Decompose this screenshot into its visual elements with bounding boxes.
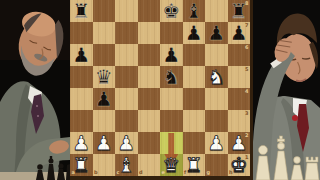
- square-h1[interactable]: ♚: [228, 154, 251, 176]
- square-d1[interactable]: [138, 154, 161, 176]
- piece-wP-b2: ♟: [93, 132, 116, 154]
- square-d5[interactable]: [138, 66, 161, 88]
- square-h5[interactable]: [228, 66, 251, 88]
- piece-wP-g2: ♟: [205, 132, 228, 154]
- spassky-photo: [0, 0, 70, 180]
- square-a7[interactable]: [70, 22, 93, 44]
- square-h3[interactable]: [228, 110, 251, 132]
- square-e1[interactable]: ♛: [160, 154, 183, 176]
- piece-wP-c2: ♟: [115, 132, 138, 154]
- square-g3[interactable]: [205, 110, 228, 132]
- square-a1[interactable]: ♜: [70, 154, 93, 176]
- square-a5[interactable]: [70, 66, 93, 88]
- piece-bP-h7: ♟: [228, 22, 251, 44]
- square-d7[interactable]: [138, 22, 161, 44]
- piece-wP-a2: ♟: [70, 132, 93, 154]
- square-a6[interactable]: ♟: [70, 44, 93, 66]
- piece-bP-a6: ♟: [70, 44, 93, 66]
- square-d8[interactable]: [138, 0, 161, 22]
- square-d6[interactable]: [138, 44, 161, 66]
- lapel-pin: [292, 115, 298, 121]
- square-a8[interactable]: ♜: [70, 0, 93, 22]
- chess-board: ♜♚♝♜♟♟♟♟♟♛♞♞♟♟♟♟♟♟♜♝♛♜♚: [70, 0, 250, 176]
- square-g5[interactable]: ♞: [205, 66, 228, 88]
- square-c5[interactable]: [115, 66, 138, 88]
- square-f6[interactable]: [183, 44, 206, 66]
- square-c1[interactable]: ♝: [115, 154, 138, 176]
- square-a3[interactable]: [70, 110, 93, 132]
- square-b2[interactable]: ♟: [93, 132, 116, 154]
- square-e8[interactable]: ♚: [160, 0, 183, 22]
- piece-wB-c1: ♝: [115, 154, 138, 176]
- piece-bN-e5: ♞: [160, 66, 183, 88]
- piece-bP-f7: ♟: [183, 22, 206, 44]
- fischer-portrait-graphic: [253, 0, 320, 180]
- piece-wR-a1: ♜: [70, 154, 93, 176]
- piece-bP-e6: ♟: [160, 44, 183, 66]
- square-e4[interactable]: [160, 88, 183, 110]
- piece-bB-f8: ♝: [183, 0, 206, 22]
- piece-bR-a8: ♜: [70, 0, 93, 22]
- spassky-portrait-graphic: [0, 0, 70, 180]
- square-b4[interactable]: ♟: [93, 88, 116, 110]
- square-b3[interactable]: [93, 110, 116, 132]
- square-h2[interactable]: ♟: [228, 132, 251, 154]
- square-h4[interactable]: [228, 88, 251, 110]
- square-b1[interactable]: [93, 154, 116, 176]
- square-g2[interactable]: ♟: [205, 132, 228, 154]
- piece-wR-f1: ♜: [183, 154, 206, 176]
- square-f8[interactable]: ♝: [183, 0, 206, 22]
- piece-bR-h8: ♜: [228, 0, 251, 22]
- piece-wK-h1: ♚: [228, 154, 251, 176]
- square-e5[interactable]: ♞: [160, 66, 183, 88]
- square-c3[interactable]: [115, 110, 138, 132]
- square-d4[interactable]: [138, 88, 161, 110]
- square-e6[interactable]: ♟: [160, 44, 183, 66]
- square-b8[interactable]: [93, 0, 116, 22]
- square-c4[interactable]: [115, 88, 138, 110]
- square-f4[interactable]: [183, 88, 206, 110]
- square-a2[interactable]: ♟: [70, 132, 93, 154]
- square-g8[interactable]: [205, 0, 228, 22]
- square-g1[interactable]: [205, 154, 228, 176]
- square-f1[interactable]: ♜: [183, 154, 206, 176]
- piece-wP-h2: ♟: [228, 132, 251, 154]
- square-d2[interactable]: [138, 132, 161, 154]
- fischer-photo: [253, 0, 320, 180]
- square-g4[interactable]: [205, 88, 228, 110]
- square-f5[interactable]: [183, 66, 206, 88]
- chess-board-panel: ♜♚♝♜♟♟♟♟♟♛♞♞♟♟♟♟♟♟♜♝♛♜♚ 87654321abcdefgh: [70, 0, 253, 180]
- square-b7[interactable]: [93, 22, 116, 44]
- square-f7[interactable]: ♟: [183, 22, 206, 44]
- square-f2[interactable]: [183, 132, 206, 154]
- square-c8[interactable]: [115, 0, 138, 22]
- piece-wN-g5: ♞: [205, 66, 228, 88]
- square-g6[interactable]: [205, 44, 228, 66]
- square-c7[interactable]: [115, 22, 138, 44]
- square-d3[interactable]: [138, 110, 161, 132]
- square-h7[interactable]: ♟: [228, 22, 251, 44]
- square-b5[interactable]: ♛: [93, 66, 116, 88]
- square-c2[interactable]: ♟: [115, 132, 138, 154]
- square-e2[interactable]: [160, 132, 183, 154]
- square-a4[interactable]: [70, 88, 93, 110]
- piece-bP-g7: ♟: [205, 22, 228, 44]
- square-e3[interactable]: [160, 110, 183, 132]
- piece-bP-b4: ♟: [93, 88, 116, 110]
- piece-wQ-e1: ♛: [160, 154, 183, 176]
- square-g7[interactable]: ♟: [205, 22, 228, 44]
- square-c6[interactable]: [115, 44, 138, 66]
- piece-bQ-b5: ♛: [93, 66, 116, 88]
- square-h6[interactable]: [228, 44, 251, 66]
- square-e7[interactable]: [160, 22, 183, 44]
- square-f3[interactable]: [183, 110, 206, 132]
- square-b6[interactable]: [93, 44, 116, 66]
- piece-bK-e8: ♚: [160, 0, 183, 22]
- square-h8[interactable]: ♜: [228, 0, 251, 22]
- chess-broadcast-frame: ♜♚♝♜♟♟♟♟♟♛♞♞♟♟♟♟♟♟♜♝♛♜♚ 87654321abcdefgh: [0, 0, 320, 180]
